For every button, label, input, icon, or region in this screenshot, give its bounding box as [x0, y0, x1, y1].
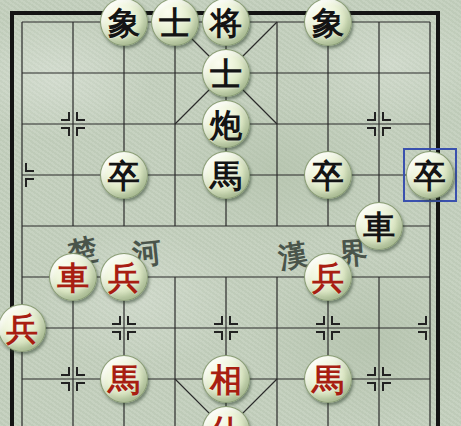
- piece-black-pawn-6-3[interactable]: 卒: [304, 151, 352, 199]
- board-grid: 象士将象士炮卒馬卒卒車車兵兵兵馬相馬仕: [0, 0, 456, 426]
- point-5-4[interactable]: [252, 201, 303, 252]
- point-5-8[interactable]: [252, 405, 303, 426]
- point-8-1[interactable]: [405, 48, 456, 99]
- point-2-7[interactable]: 馬: [99, 354, 150, 405]
- point-8-3[interactable]: 卒: [405, 150, 456, 201]
- point-8-2[interactable]: [405, 99, 456, 150]
- point-8-6[interactable]: [405, 303, 456, 354]
- piece-red-horse-2-7[interactable]: 馬: [100, 355, 148, 403]
- point-0-5[interactable]: [0, 252, 48, 303]
- point-0-6[interactable]: 兵: [0, 303, 48, 354]
- point-4-2[interactable]: 炮: [201, 99, 252, 150]
- point-6-1[interactable]: [303, 48, 354, 99]
- point-4-7[interactable]: 相: [201, 354, 252, 405]
- point-0-0[interactable]: [0, 0, 48, 48]
- point-0-4[interactable]: [0, 201, 48, 252]
- piece-black-pawn-8-3[interactable]: 卒: [406, 151, 454, 199]
- point-1-8[interactable]: [48, 405, 99, 426]
- point-6-2[interactable]: [303, 99, 354, 150]
- piece-black-cannon-4-2[interactable]: 炮: [202, 100, 250, 148]
- point-7-8[interactable]: [354, 405, 405, 426]
- point-3-8[interactable]: [150, 405, 201, 426]
- point-1-2[interactable]: [48, 99, 99, 150]
- point-0-1[interactable]: [0, 48, 48, 99]
- piece-black-general-4-0[interactable]: 将: [202, 0, 250, 46]
- point-4-3[interactable]: 馬: [201, 150, 252, 201]
- point-5-3[interactable]: [252, 150, 303, 201]
- piece-black-horse-4-3[interactable]: 馬: [202, 151, 250, 199]
- point-8-7[interactable]: [405, 354, 456, 405]
- point-6-6[interactable]: [303, 303, 354, 354]
- point-7-1[interactable]: [354, 48, 405, 99]
- point-1-3[interactable]: [48, 150, 99, 201]
- point-7-6[interactable]: [354, 303, 405, 354]
- xiangqi-board: 楚 河 漢 界 象士将象士炮卒馬卒卒車車兵兵兵馬相馬仕: [0, 0, 461, 426]
- point-7-7[interactable]: [354, 354, 405, 405]
- point-5-1[interactable]: [252, 48, 303, 99]
- point-3-6[interactable]: [150, 303, 201, 354]
- point-1-1[interactable]: [48, 48, 99, 99]
- point-1-4[interactable]: [48, 201, 99, 252]
- piece-red-pawn-2-5[interactable]: 兵: [100, 253, 148, 301]
- point-7-0[interactable]: [354, 0, 405, 48]
- point-8-8[interactable]: [405, 405, 456, 426]
- point-3-1[interactable]: [150, 48, 201, 99]
- point-8-4[interactable]: [405, 201, 456, 252]
- point-4-5[interactable]: [201, 252, 252, 303]
- point-4-0[interactable]: 将: [201, 0, 252, 48]
- point-2-3[interactable]: 卒: [99, 150, 150, 201]
- piece-red-pawn-0-6[interactable]: 兵: [0, 304, 46, 352]
- point-5-5[interactable]: [252, 252, 303, 303]
- point-3-4[interactable]: [150, 201, 201, 252]
- point-7-4[interactable]: 車: [354, 201, 405, 252]
- point-2-2[interactable]: [99, 99, 150, 150]
- point-3-3[interactable]: [150, 150, 201, 201]
- point-1-5[interactable]: 車: [48, 252, 99, 303]
- point-2-8[interactable]: [99, 405, 150, 426]
- piece-red-chariot-1-5[interactable]: 車: [49, 253, 97, 301]
- point-5-2[interactable]: [252, 99, 303, 150]
- piece-red-advisor-4-8[interactable]: 仕: [202, 406, 250, 426]
- point-2-4[interactable]: [99, 201, 150, 252]
- point-4-6[interactable]: [201, 303, 252, 354]
- point-5-0[interactable]: [252, 0, 303, 48]
- point-7-5[interactable]: [354, 252, 405, 303]
- point-3-0[interactable]: 士: [150, 0, 201, 48]
- piece-red-horse-6-7[interactable]: 馬: [304, 355, 352, 403]
- point-3-2[interactable]: [150, 99, 201, 150]
- piece-black-chariot-7-4[interactable]: 車: [355, 202, 403, 250]
- point-6-8[interactable]: [303, 405, 354, 426]
- point-2-6[interactable]: [99, 303, 150, 354]
- point-7-3[interactable]: [354, 150, 405, 201]
- piece-black-advisor-4-1[interactable]: 士: [202, 49, 250, 97]
- point-4-1[interactable]: 士: [201, 48, 252, 99]
- piece-red-elephant-4-7[interactable]: 相: [202, 355, 250, 403]
- point-1-6[interactable]: [48, 303, 99, 354]
- point-0-3[interactable]: [0, 150, 48, 201]
- point-2-0[interactable]: 象: [99, 0, 150, 48]
- point-0-2[interactable]: [0, 99, 48, 150]
- point-3-5[interactable]: [150, 252, 201, 303]
- point-0-7[interactable]: [0, 354, 48, 405]
- piece-black-advisor-3-0[interactable]: 士: [151, 0, 199, 46]
- point-1-0[interactable]: [48, 0, 99, 48]
- point-0-8[interactable]: [0, 405, 48, 426]
- point-6-4[interactable]: [303, 201, 354, 252]
- point-6-0[interactable]: 象: [303, 0, 354, 48]
- point-1-7[interactable]: [48, 354, 99, 405]
- piece-red-pawn-6-5[interactable]: 兵: [304, 253, 352, 301]
- point-8-0[interactable]: [405, 0, 456, 48]
- point-4-4[interactable]: [201, 201, 252, 252]
- point-4-8[interactable]: 仕: [201, 405, 252, 426]
- point-5-6[interactable]: [252, 303, 303, 354]
- point-2-5[interactable]: 兵: [99, 252, 150, 303]
- piece-black-elephant-2-0[interactable]: 象: [100, 0, 148, 46]
- point-7-2[interactable]: [354, 99, 405, 150]
- point-8-5[interactable]: [405, 252, 456, 303]
- point-6-5[interactable]: 兵: [303, 252, 354, 303]
- point-3-7[interactable]: [150, 354, 201, 405]
- piece-black-pawn-2-3[interactable]: 卒: [100, 151, 148, 199]
- point-5-7[interactable]: [252, 354, 303, 405]
- point-6-3[interactable]: 卒: [303, 150, 354, 201]
- point-6-7[interactable]: 馬: [303, 354, 354, 405]
- point-2-1[interactable]: [99, 48, 150, 99]
- piece-black-elephant-6-0[interactable]: 象: [304, 0, 352, 46]
